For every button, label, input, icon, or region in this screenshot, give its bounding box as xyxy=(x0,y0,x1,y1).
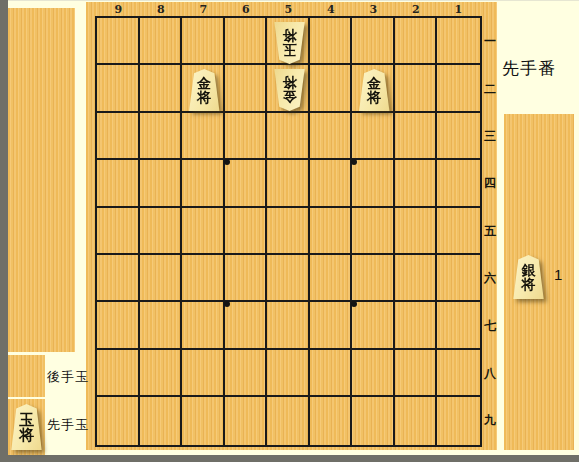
board-cell-3四[interactable] xyxy=(352,160,395,207)
file-label: 6 xyxy=(225,3,268,16)
file-label: 2 xyxy=(395,3,438,16)
board-cell-2二[interactable] xyxy=(395,65,438,112)
board-cell-7六[interactable] xyxy=(182,255,225,302)
file-label: 5 xyxy=(267,3,310,16)
board-cell-4九[interactable] xyxy=(310,397,353,444)
frame-left-edge xyxy=(0,0,8,462)
board-cell-4八[interactable] xyxy=(310,350,353,397)
board-cell-5四[interactable] xyxy=(267,160,310,207)
board-cell-5三[interactable] xyxy=(267,113,310,160)
board-cell-1三[interactable] xyxy=(437,113,480,160)
board-cell-8一[interactable] xyxy=(140,18,183,65)
board-cell-1七[interactable] xyxy=(437,302,480,349)
board-cell-2三[interactable] xyxy=(395,113,438,160)
board-cell-1八[interactable] xyxy=(437,350,480,397)
board-cell-6七[interactable] xyxy=(225,302,268,349)
board-cell-4七[interactable] xyxy=(310,302,353,349)
board-cell-8五[interactable] xyxy=(140,208,183,255)
rank-label: 六 xyxy=(483,255,497,302)
board-cell-6六[interactable] xyxy=(225,255,268,302)
board-cell-3一[interactable] xyxy=(352,18,395,65)
star-point xyxy=(224,301,230,307)
board-cell-2五[interactable] xyxy=(395,208,438,255)
board-cell-4五[interactable] xyxy=(310,208,353,255)
board-cell-8三[interactable] xyxy=(140,113,183,160)
board-cell-6三[interactable] xyxy=(225,113,268,160)
shogi-editor-window: 987654321 一二三四五六七八九 玉将金将金将金将 先手番 銀将 1 後手… xyxy=(0,0,579,462)
sente-hand-tray[interactable]: 銀将 xyxy=(504,114,574,450)
board-cell-9一[interactable] xyxy=(97,18,140,65)
board-cell-4三[interactable] xyxy=(310,113,353,160)
piece-face: 玉将 xyxy=(273,22,306,64)
board-cell-3八[interactable] xyxy=(352,350,395,397)
board-cell-5五[interactable] xyxy=(267,208,310,255)
rank-label: 五 xyxy=(483,208,497,255)
board-cell-8八[interactable] xyxy=(140,350,183,397)
board-cell-2一[interactable] xyxy=(395,18,438,65)
board-cell-2六[interactable] xyxy=(395,255,438,302)
board-cell-6一[interactable] xyxy=(225,18,268,65)
board-cell-3三[interactable] xyxy=(352,113,395,160)
board-cell-3六[interactable] xyxy=(352,255,395,302)
board-cell-7三[interactable] xyxy=(182,113,225,160)
board-cell-2七[interactable] xyxy=(395,302,438,349)
shogi-board: 987654321 一二三四五六七八九 玉将金将金将金将 xyxy=(86,2,497,450)
board-cell-8二[interactable] xyxy=(140,65,183,112)
board-cell-6二[interactable] xyxy=(225,65,268,112)
gote-king-tray[interactable] xyxy=(8,355,45,397)
piece-face: 金将 xyxy=(188,69,221,111)
board-cell-9二[interactable] xyxy=(97,65,140,112)
sente-piece-玉将[interactable]: 玉将 xyxy=(10,404,43,450)
gote-king-tray-label: 後手玉 xyxy=(47,368,89,386)
board-cell-9四[interactable] xyxy=(97,160,140,207)
board-cell-4二[interactable] xyxy=(310,65,353,112)
board-cell-5六[interactable] xyxy=(267,255,310,302)
board-cell-5八[interactable] xyxy=(267,350,310,397)
frame-bottom-edge xyxy=(0,455,579,462)
rank-label: 四 xyxy=(483,160,497,207)
rank-label: 三 xyxy=(483,113,497,160)
sente-king-tray[interactable]: 玉将 xyxy=(8,399,45,455)
board-cell-1二[interactable] xyxy=(437,65,480,112)
piece-face: 玉将 xyxy=(10,404,43,450)
board-cell-7七[interactable] xyxy=(182,302,225,349)
board-cell-2八[interactable] xyxy=(395,350,438,397)
piece-face: 銀将 xyxy=(512,255,545,299)
rank-label: 一 xyxy=(483,18,497,65)
sente-hand-silver-count: 1 xyxy=(554,266,562,283)
board-cell-9五[interactable] xyxy=(97,208,140,255)
board-cell-9九[interactable] xyxy=(97,397,140,444)
sente-piece-金将[interactable]: 金将 xyxy=(188,69,221,111)
sente-king-tray-label: 先手玉 xyxy=(47,416,89,434)
board-cell-1五[interactable] xyxy=(437,208,480,255)
board-cell-4六[interactable] xyxy=(310,255,353,302)
board-cell-7八[interactable] xyxy=(182,350,225,397)
board-cell-4四[interactable] xyxy=(310,160,353,207)
board-cell-6八[interactable] xyxy=(225,350,268,397)
frame-top-edge xyxy=(8,0,579,1)
board-cell-8九[interactable] xyxy=(140,397,183,444)
file-labels: 987654321 xyxy=(97,3,483,16)
rank-labels: 一二三四五六七八九 xyxy=(483,18,497,445)
file-label: 9 xyxy=(97,3,140,16)
star-point xyxy=(224,159,230,165)
board-cell-3七[interactable] xyxy=(352,302,395,349)
board-cell-9三[interactable] xyxy=(97,113,140,160)
board-cell-6四[interactable] xyxy=(225,160,268,207)
board-cell-1九[interactable] xyxy=(437,397,480,444)
rank-label: 九 xyxy=(483,397,497,444)
board-cell-4一[interactable] xyxy=(310,18,353,65)
board-cell-9八[interactable] xyxy=(97,350,140,397)
turn-indicator-label: 先手番 xyxy=(502,57,556,80)
file-label: 3 xyxy=(352,3,395,16)
file-label: 7 xyxy=(182,3,225,16)
board-cell-7四[interactable] xyxy=(182,160,225,207)
gote-piece-玉将[interactable]: 玉将 xyxy=(273,22,306,64)
file-label: 4 xyxy=(310,3,353,16)
file-label: 1 xyxy=(437,3,480,16)
board-cell-1四[interactable] xyxy=(437,160,480,207)
board-cell-9七[interactable] xyxy=(97,302,140,349)
board-cell-3五[interactable] xyxy=(352,208,395,255)
rank-label: 八 xyxy=(483,350,497,397)
piece-face: 金将 xyxy=(273,69,306,111)
board-cell-1一[interactable] xyxy=(437,18,480,65)
board-cell-6五[interactable] xyxy=(225,208,268,255)
file-label: 8 xyxy=(140,3,183,16)
board-cell-7一[interactable] xyxy=(182,18,225,65)
board-cell-9六[interactable] xyxy=(97,255,140,302)
rank-label: 七 xyxy=(483,302,497,349)
board-cell-2九[interactable] xyxy=(395,397,438,444)
board-cell-5七[interactable] xyxy=(267,302,310,349)
sente-piece-銀将[interactable]: 銀将 xyxy=(512,255,545,299)
board-cell-8六[interactable] xyxy=(140,255,183,302)
rank-label: 二 xyxy=(483,65,497,112)
sente-piece-金将[interactable]: 金将 xyxy=(358,69,391,111)
board-cell-7九[interactable] xyxy=(182,397,225,444)
board-cell-7五[interactable] xyxy=(182,208,225,255)
board-cell-6九[interactable] xyxy=(225,397,268,444)
gote-piece-金将[interactable]: 金将 xyxy=(273,69,306,111)
board-cell-5九[interactable] xyxy=(267,397,310,444)
board-cell-8四[interactable] xyxy=(140,160,183,207)
board-cell-2四[interactable] xyxy=(395,160,438,207)
board-cell-1六[interactable] xyxy=(437,255,480,302)
board-cell-3九[interactable] xyxy=(352,397,395,444)
piece-face: 金将 xyxy=(358,69,391,111)
board-cell-8七[interactable] xyxy=(140,302,183,349)
gote-hand-tray[interactable] xyxy=(8,8,75,352)
board-grid: 玉将金将金将金将 xyxy=(95,16,482,447)
